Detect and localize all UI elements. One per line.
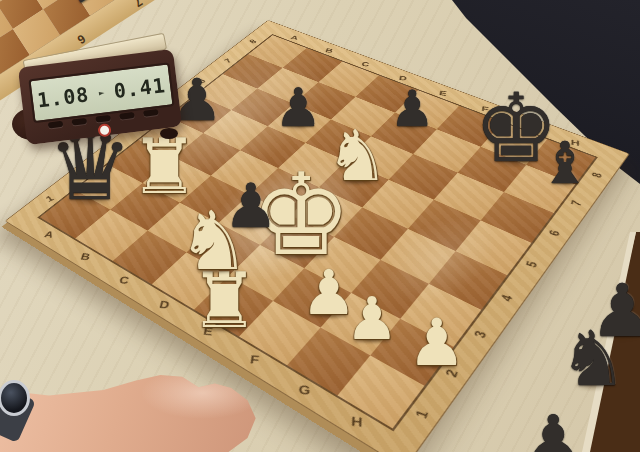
label-8: 8 xyxy=(234,30,272,53)
square-c2 xyxy=(147,202,219,252)
square-e4 xyxy=(291,187,362,236)
square-e2 xyxy=(228,245,304,301)
square-f7 xyxy=(413,129,480,172)
square-g4 xyxy=(380,229,456,284)
square-f5 xyxy=(362,180,433,229)
square-b7 xyxy=(257,68,318,104)
clock-right-time: 0.41 xyxy=(108,72,171,103)
clock-foot xyxy=(160,128,178,139)
square-f3 xyxy=(304,237,380,293)
square-g5 xyxy=(408,200,481,252)
label-2: 2 xyxy=(64,157,104,189)
square-d3 xyxy=(219,195,291,245)
square-c6 xyxy=(267,103,331,143)
square-b4 xyxy=(174,133,240,175)
label-3: 3 xyxy=(448,316,514,352)
square-f2 xyxy=(273,268,351,328)
square-g7 xyxy=(458,146,527,191)
square-b5 xyxy=(203,110,267,150)
label-4: 4 xyxy=(475,282,539,316)
square-g3 xyxy=(351,259,429,318)
square-d2 xyxy=(186,223,260,276)
square-d4 xyxy=(249,168,319,215)
clock-left-time: 1.08 xyxy=(32,82,95,113)
label-1: 1 xyxy=(387,394,457,437)
square-e3 xyxy=(260,215,334,268)
label-3: 3 xyxy=(96,133,136,163)
clock-turn-indicator-icon: ► xyxy=(93,87,110,99)
label-7: 7 xyxy=(548,190,606,217)
square-e7 xyxy=(371,113,436,154)
square-c7 xyxy=(293,82,355,119)
label-7: 7 xyxy=(209,49,247,73)
square-b6 xyxy=(231,88,293,126)
square-c4 xyxy=(211,150,279,195)
square-e5 xyxy=(319,161,388,207)
label-5: 5 xyxy=(501,249,563,280)
square-f6 xyxy=(388,154,457,200)
square-b3 xyxy=(143,157,211,202)
square-c5 xyxy=(240,126,306,168)
label-8: 8 xyxy=(569,163,626,188)
square-c3 xyxy=(180,175,250,222)
label-1: 1 xyxy=(30,182,70,216)
square-e6 xyxy=(346,136,413,180)
square-d5 xyxy=(278,143,346,187)
square-g2 xyxy=(320,292,401,355)
label-2: 2 xyxy=(419,354,487,393)
square-b2 xyxy=(110,183,180,231)
label-6: 6 xyxy=(525,218,585,247)
square-f4 xyxy=(334,207,407,259)
square-d6 xyxy=(306,119,372,161)
square-g6 xyxy=(433,172,504,220)
label-6: 6 xyxy=(183,68,222,94)
square-d7 xyxy=(331,97,395,136)
